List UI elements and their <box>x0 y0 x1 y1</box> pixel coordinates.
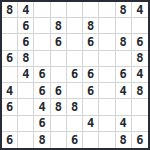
cell-r5c1[interactable] <box>2 67 18 83</box>
cell-r8c8[interactable]: 4 <box>116 116 132 132</box>
cell-r2c7[interactable] <box>99 18 115 34</box>
cell-r3c2[interactable]: 6 <box>18 34 34 50</box>
cell-r7c2[interactable] <box>18 99 34 115</box>
cell-r9c5[interactable]: 6 <box>67 132 83 148</box>
cell-r1c1[interactable]: 8 <box>2 2 18 18</box>
cell-r8c4[interactable] <box>51 116 67 132</box>
cell-r9c3[interactable]: 8 <box>34 132 50 148</box>
cell-r5c4[interactable] <box>51 67 67 83</box>
cell-r4c8[interactable] <box>116 51 132 67</box>
cell-r9c1[interactable]: 6 <box>2 132 18 148</box>
cell-r3c5[interactable] <box>67 34 83 50</box>
cell-r1c6[interactable] <box>83 2 99 18</box>
cell-r9c9[interactable]: 6 <box>132 132 148 148</box>
cell-r6c4[interactable]: 6 <box>51 83 67 99</box>
cell-r4c3[interactable] <box>34 51 50 67</box>
cell-r2c5[interactable] <box>67 18 83 34</box>
cell-r7c7[interactable] <box>99 99 115 115</box>
cell-r9c7[interactable] <box>99 132 115 148</box>
sudoku-board: 848468866686688466664466648648864468686 <box>0 0 150 150</box>
cell-r8c5[interactable] <box>67 116 83 132</box>
cell-r9c6[interactable] <box>83 132 99 148</box>
cell-r1c3[interactable] <box>34 2 50 18</box>
cell-r2c3[interactable] <box>34 18 50 34</box>
cell-r5c7[interactable] <box>99 67 115 83</box>
cell-r4c5[interactable] <box>67 51 83 67</box>
cell-r3c8[interactable]: 8 <box>116 34 132 50</box>
cell-r4c9[interactable]: 8 <box>132 51 148 67</box>
cell-r7c9[interactable] <box>132 99 148 115</box>
cell-r5c2[interactable]: 4 <box>18 67 34 83</box>
cell-r4c7[interactable] <box>99 51 115 67</box>
cell-r7c6[interactable] <box>83 99 99 115</box>
cell-r7c5[interactable]: 8 <box>67 99 83 115</box>
cell-r4c4[interactable] <box>51 51 67 67</box>
cell-r9c4[interactable] <box>51 132 67 148</box>
cell-r1c7[interactable] <box>99 2 115 18</box>
cell-r7c3[interactable]: 4 <box>34 99 50 115</box>
cell-r7c1[interactable]: 6 <box>2 99 18 115</box>
cell-r3c1[interactable] <box>2 34 18 50</box>
cell-r6c6[interactable]: 6 <box>83 83 99 99</box>
cell-r6c3[interactable]: 6 <box>34 83 50 99</box>
cell-r3c7[interactable] <box>99 34 115 50</box>
cell-r5c9[interactable]: 4 <box>132 67 148 83</box>
cell-r3c6[interactable]: 6 <box>83 34 99 50</box>
cell-r1c4[interactable] <box>51 2 67 18</box>
cell-r6c7[interactable] <box>99 83 115 99</box>
cell-r8c3[interactable]: 6 <box>34 116 50 132</box>
cell-r9c2[interactable] <box>18 132 34 148</box>
cell-r1c8[interactable]: 8 <box>116 2 132 18</box>
cell-r2c4[interactable]: 8 <box>51 18 67 34</box>
cell-r7c4[interactable]: 8 <box>51 99 67 115</box>
cell-r6c8[interactable]: 4 <box>116 83 132 99</box>
cell-r8c2[interactable] <box>18 116 34 132</box>
cell-r5c6[interactable]: 6 <box>83 67 99 83</box>
cell-r2c6[interactable]: 8 <box>83 18 99 34</box>
cell-r8c7[interactable] <box>99 116 115 132</box>
cell-r6c9[interactable]: 8 <box>132 83 148 99</box>
cell-r3c9[interactable]: 6 <box>132 34 148 50</box>
cell-r4c2[interactable]: 8 <box>18 51 34 67</box>
cell-r5c8[interactable]: 6 <box>116 67 132 83</box>
cell-r1c9[interactable]: 4 <box>132 2 148 18</box>
cell-r2c8[interactable] <box>116 18 132 34</box>
cell-r4c6[interactable] <box>83 51 99 67</box>
cell-r9c8[interactable]: 8 <box>116 132 132 148</box>
cell-r3c4[interactable]: 6 <box>51 34 67 50</box>
cell-r6c1[interactable]: 4 <box>2 83 18 99</box>
cell-r4c1[interactable]: 6 <box>2 51 18 67</box>
cell-r2c2[interactable]: 6 <box>18 18 34 34</box>
cell-r8c9[interactable] <box>132 116 148 132</box>
cell-r1c5[interactable] <box>67 2 83 18</box>
cell-r1c2[interactable]: 4 <box>18 2 34 18</box>
cell-r5c5[interactable]: 6 <box>67 67 83 83</box>
cell-r6c2[interactable] <box>18 83 34 99</box>
cell-r5c3[interactable]: 6 <box>34 67 50 83</box>
cell-r8c6[interactable]: 4 <box>83 116 99 132</box>
cell-r2c9[interactable] <box>132 18 148 34</box>
cell-r3c3[interactable] <box>34 34 50 50</box>
cell-r7c8[interactable] <box>116 99 132 115</box>
cell-r6c5[interactable] <box>67 83 83 99</box>
cell-r8c1[interactable] <box>2 116 18 132</box>
cell-r2c1[interactable] <box>2 18 18 34</box>
